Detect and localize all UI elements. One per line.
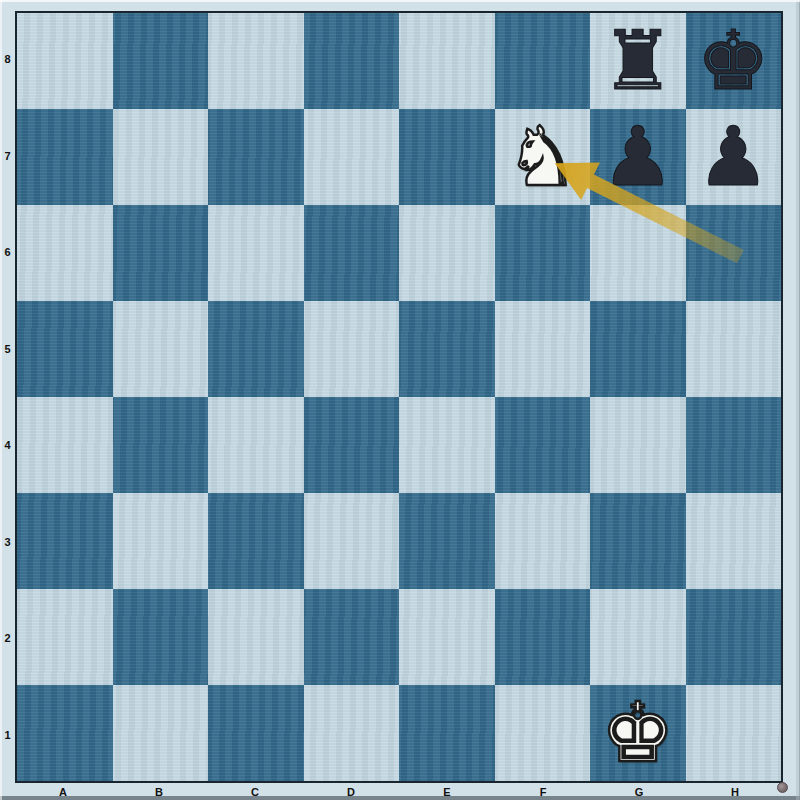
piece-black-pawn-g7[interactable]: ♟ [601,116,675,198]
square-e6[interactable] [399,205,495,301]
square-h6[interactable] [686,205,782,301]
rank-label-2: 2 [0,590,15,687]
square-f8[interactable] [495,13,591,109]
square-c2[interactable] [208,589,304,685]
square-h4[interactable] [686,397,782,493]
file-labels: ABCDEFGH [15,783,783,800]
square-a6[interactable] [17,205,113,301]
square-e7[interactable] [399,109,495,205]
square-d4[interactable] [304,397,400,493]
square-f6[interactable] [495,205,591,301]
square-h7[interactable]: ♟ [686,109,782,205]
square-g6[interactable] [590,205,686,301]
file-label-f: F [495,783,591,800]
square-b8[interactable] [113,13,209,109]
square-f7[interactable]: ♞ [495,109,591,205]
square-e5[interactable] [399,301,495,397]
square-h2[interactable] [686,589,782,685]
square-d8[interactable] [304,13,400,109]
square-g5[interactable] [590,301,686,397]
square-b1[interactable] [113,685,209,781]
square-b7[interactable] [113,109,209,205]
square-h1[interactable] [686,685,782,781]
rank-label-3: 3 [0,494,15,591]
square-f5[interactable] [495,301,591,397]
square-a3[interactable] [17,493,113,589]
square-d3[interactable] [304,493,400,589]
piece-white-king-g1[interactable]: ♚ [601,692,675,774]
file-label-e: E [399,783,495,800]
square-a7[interactable] [17,109,113,205]
square-e8[interactable] [399,13,495,109]
square-d5[interactable] [304,301,400,397]
square-c6[interactable] [208,205,304,301]
square-e3[interactable] [399,493,495,589]
square-e1[interactable] [399,685,495,781]
square-c3[interactable] [208,493,304,589]
file-label-a: A [15,783,111,800]
square-h5[interactable] [686,301,782,397]
square-f2[interactable] [495,589,591,685]
square-b3[interactable] [113,493,209,589]
square-a1[interactable] [17,685,113,781]
square-c5[interactable] [208,301,304,397]
square-d1[interactable] [304,685,400,781]
square-b4[interactable] [113,397,209,493]
file-label-g: G [591,783,687,800]
square-c4[interactable] [208,397,304,493]
rank-label-4: 4 [0,397,15,494]
piece-black-king-h8[interactable]: ♚ [696,20,770,102]
square-b5[interactable] [113,301,209,397]
file-label-d: D [303,783,399,800]
square-g3[interactable] [590,493,686,589]
square-b2[interactable] [113,589,209,685]
piece-black-pawn-h7[interactable]: ♟ [696,116,770,198]
square-e4[interactable] [399,397,495,493]
square-g2[interactable] [590,589,686,685]
square-a8[interactable] [17,13,113,109]
square-g7[interactable]: ♟ [590,109,686,205]
square-c7[interactable] [208,109,304,205]
rank-label-8: 8 [0,11,15,108]
square-d2[interactable] [304,589,400,685]
square-f3[interactable] [495,493,591,589]
rank-label-6: 6 [0,204,15,301]
file-label-h: H [687,783,783,800]
square-c1[interactable] [208,685,304,781]
square-e2[interactable] [399,589,495,685]
square-h8[interactable]: ♚ [686,13,782,109]
rank-labels: 87654321 [0,11,15,783]
piece-white-knight-f7[interactable]: ♞ [505,116,579,198]
square-g8[interactable]: ♜ [590,13,686,109]
square-d7[interactable] [304,109,400,205]
rank-label-5: 5 [0,301,15,398]
square-d6[interactable] [304,205,400,301]
file-label-c: C [207,783,303,800]
square-g1[interactable]: ♚ [590,685,686,781]
piece-black-rook-g8[interactable]: ♜ [601,20,675,102]
square-g4[interactable] [590,397,686,493]
board[interactable]: ♜♚♞♟♟♚ [15,11,783,783]
file-label-b: B [111,783,207,800]
square-f1[interactable] [495,685,591,781]
square-c8[interactable] [208,13,304,109]
square-f4[interactable] [495,397,591,493]
square-a5[interactable] [17,301,113,397]
square-a2[interactable] [17,589,113,685]
square-b6[interactable] [113,205,209,301]
square-h3[interactable] [686,493,782,589]
rank-label-1: 1 [0,687,15,784]
rank-label-7: 7 [0,108,15,205]
square-a4[interactable] [17,397,113,493]
board-frame: 87654321 ♜♚♞♟♟♚ ABCDEFGH [0,0,800,800]
